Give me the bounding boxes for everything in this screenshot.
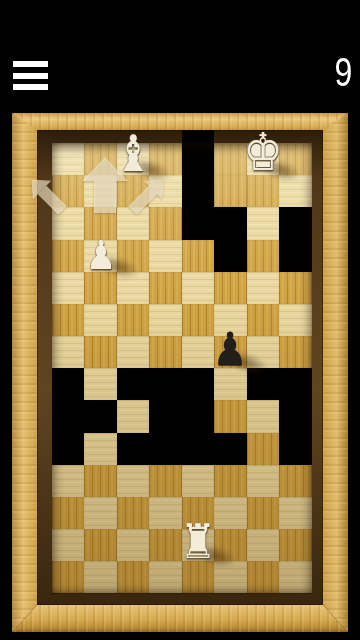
hole-cell: [84, 400, 116, 432]
board-cell[interactable]: [117, 336, 149, 368]
white-bishop[interactable]: ♝: [110, 131, 157, 177]
board-cell[interactable]: [214, 400, 246, 432]
hole-cell: [214, 207, 246, 239]
board-cell[interactable]: [214, 465, 246, 497]
board-cell[interactable]: [52, 143, 84, 175]
black-pawn[interactable]: ♟: [207, 328, 254, 370]
board-cell[interactable]: [52, 304, 84, 336]
hole-cell: [279, 240, 311, 272]
board-cell[interactable]: [182, 465, 214, 497]
board-cell[interactable]: [279, 272, 311, 304]
board-cell[interactable]: [279, 465, 311, 497]
board-cell[interactable]: [117, 529, 149, 561]
hole-cell: [182, 130, 214, 143]
hamburger-menu-icon[interactable]: [13, 61, 48, 90]
hole-cell: [149, 368, 181, 400]
hole-cell: [117, 433, 149, 465]
board-frame-right: [323, 113, 348, 632]
board-cell[interactable]: [279, 497, 311, 529]
hole-cell: [52, 433, 84, 465]
board-cell[interactable]: [52, 561, 84, 593]
board-cell[interactable]: [52, 272, 84, 304]
white-king[interactable]: ♚: [239, 129, 286, 177]
hole-cell: [52, 368, 84, 400]
board-cell[interactable]: [247, 465, 279, 497]
board-cell[interactable]: [84, 433, 116, 465]
board-cell[interactable]: [117, 561, 149, 593]
board-cell[interactable]: [149, 561, 181, 593]
board-frame-bottom: [12, 605, 348, 632]
board-cell[interactable]: [247, 529, 279, 561]
board-frame-top: [12, 113, 348, 130]
board-cell[interactable]: [247, 497, 279, 529]
board-cell[interactable]: [149, 336, 181, 368]
board-cell[interactable]: [214, 175, 246, 207]
board-cell[interactable]: [279, 336, 311, 368]
board-cell[interactable]: [279, 561, 311, 593]
hamburger-bar: [13, 73, 48, 79]
board-cell[interactable]: [52, 497, 84, 529]
board-cell[interactable]: [149, 465, 181, 497]
board-cell[interactable]: [247, 207, 279, 239]
board-cell[interactable]: [149, 272, 181, 304]
hole-cell: [214, 240, 246, 272]
hole-cell: [279, 207, 311, 239]
board-cell[interactable]: [52, 465, 84, 497]
hole-cell: [279, 400, 311, 432]
board-cell[interactable]: [247, 240, 279, 272]
board-cell[interactable]: [149, 207, 181, 239]
board-cell[interactable]: [247, 272, 279, 304]
board-cell[interactable]: [117, 304, 149, 336]
move-arrow-up-left[interactable]: [26, 178, 67, 211]
hamburger-bar: [13, 84, 48, 90]
board-cell[interactable]: [52, 336, 84, 368]
board-cell[interactable]: [84, 465, 116, 497]
board-cell[interactable]: [279, 529, 311, 561]
game-board: ♝♚♟♟♜: [12, 113, 348, 632]
board-cell[interactable]: [182, 272, 214, 304]
hole-cell: [117, 368, 149, 400]
board-cell[interactable]: [84, 368, 116, 400]
board-cell[interactable]: [247, 433, 279, 465]
hole-cell: [182, 207, 214, 239]
board-cell[interactable]: [84, 336, 116, 368]
hamburger-bar: [13, 61, 48, 67]
hole-cell: [52, 400, 84, 432]
board-cell[interactable]: [117, 465, 149, 497]
hole-cell: [182, 175, 214, 207]
hole-cell: [214, 433, 246, 465]
board-cell[interactable]: [84, 561, 116, 593]
board-cell[interactable]: [279, 304, 311, 336]
board-cell[interactable]: [117, 497, 149, 529]
board-cell[interactable]: [84, 304, 116, 336]
move-counter: 9: [334, 52, 352, 92]
board-cell[interactable]: [84, 497, 116, 529]
board-cell[interactable]: [52, 529, 84, 561]
hole-cell: [279, 433, 311, 465]
hole-cell: [149, 433, 181, 465]
white-rook[interactable]: ♜: [174, 519, 221, 563]
board-cell[interactable]: [84, 529, 116, 561]
board-field: ♝♚♟♟♜: [52, 143, 312, 594]
hole-cell: [149, 400, 181, 432]
board-cell[interactable]: [247, 561, 279, 593]
white-pawn[interactable]: ♟: [77, 237, 124, 274]
board-cell[interactable]: [214, 272, 246, 304]
hole-cell: [182, 433, 214, 465]
board-cell[interactable]: [247, 400, 279, 432]
hole-cell: [182, 368, 214, 400]
board-cell[interactable]: [149, 240, 181, 272]
hole-cell: [279, 368, 311, 400]
hole-cell: [182, 400, 214, 432]
board-cell[interactable]: [182, 240, 214, 272]
board-cell[interactable]: [149, 304, 181, 336]
board-cell[interactable]: [117, 400, 149, 432]
game-screen: 9 ♝♚♟♟♜: [0, 0, 360, 640]
hole-cell: [182, 143, 214, 175]
